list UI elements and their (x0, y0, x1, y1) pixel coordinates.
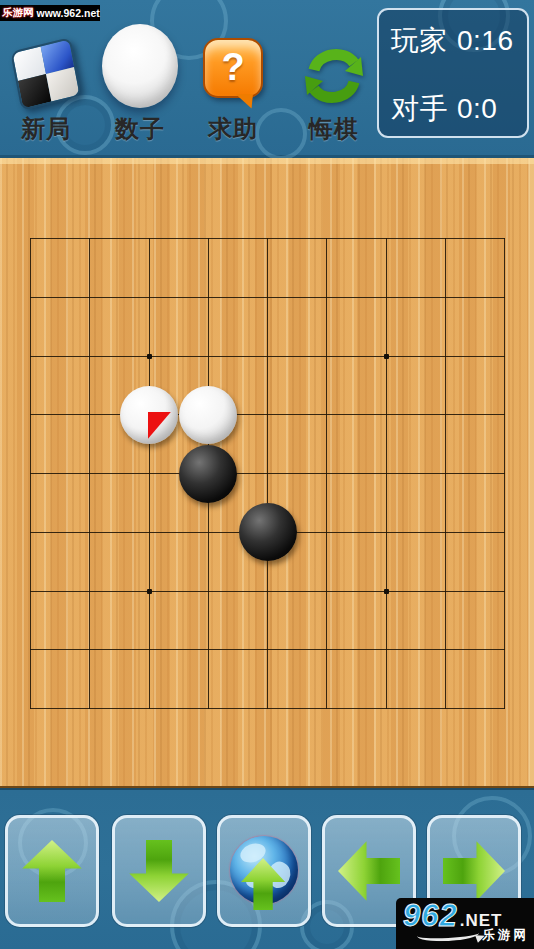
undo-arrows-icon (301, 40, 367, 110)
site-url: www.962.net (37, 7, 100, 19)
black-stone (239, 503, 297, 561)
opponent-clock: 对手0:0 (391, 90, 521, 128)
new-game-button[interactable]: 新局 (4, 0, 88, 142)
down-arrow-icon (128, 840, 190, 902)
up-arrow-icon (21, 840, 83, 902)
black-stone (179, 445, 237, 503)
question-mark: ? (221, 46, 244, 89)
count-stones-button[interactable]: 数子 (96, 0, 184, 142)
opponent-label: 对手 (391, 93, 448, 124)
new-game-cube-icon (10, 37, 82, 111)
top-toolbar: 新局 数子 ? 求助 悔棋 玩家0:16 (0, 0, 534, 158)
nav-down-button[interactable] (112, 815, 206, 927)
new-game-label: 新局 (21, 116, 71, 142)
player-time: 0:16 (457, 25, 514, 56)
globe-upload-icon (228, 834, 300, 908)
go-board[interactable] (0, 158, 534, 788)
app-screen: 新局 数子 ? 求助 悔棋 玩家0:16 (0, 0, 534, 949)
nav-up-button[interactable] (5, 815, 99, 927)
star-point (384, 354, 389, 359)
help-bubble-icon: ? (203, 38, 263, 98)
site-name: 乐游网 (2, 6, 34, 20)
brand-number: 962 (403, 900, 458, 931)
count-white-stone-icon (102, 24, 178, 108)
help-label: 求助 (208, 116, 258, 142)
site-watermark-banner: 乐游网 www.962.net (0, 5, 100, 21)
nav-upload-button[interactable] (217, 815, 311, 927)
white-stone (179, 386, 237, 444)
clock-panel: 玩家0:16 对手0:0 (377, 8, 529, 138)
left-arrow-icon (338, 840, 400, 902)
star-point (147, 354, 152, 359)
last-move-marker (148, 412, 171, 439)
right-arrow-icon (443, 840, 505, 902)
help-button[interactable]: ? 求助 (196, 0, 270, 142)
board-grid[interactable] (30, 238, 505, 709)
bubble-tail (235, 94, 253, 109)
962net-watermark: 962 .NET 乐游网 (396, 898, 534, 949)
player-clock: 玩家0:16 (391, 22, 521, 60)
opponent-time: 0:0 (457, 93, 497, 124)
player-label: 玩家 (391, 25, 448, 56)
undo-button[interactable]: 悔棋 (292, 0, 376, 142)
star-point (384, 589, 389, 594)
undo-label: 悔棋 (309, 116, 359, 142)
brand-site: 乐游网 (483, 927, 530, 944)
star-point (147, 589, 152, 594)
count-stones-label: 数子 (115, 116, 165, 142)
white-stone (120, 386, 178, 444)
